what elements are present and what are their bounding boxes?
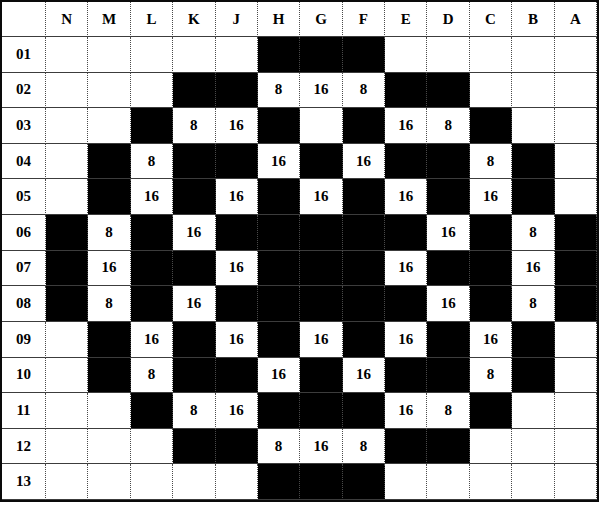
grid-cell: [427, 464, 469, 500]
core-map-board: NMLKJHGFEDCBA010281680381616804816168051…: [0, 0, 599, 502]
grid-cell: [173, 322, 215, 358]
grid-cell: [555, 251, 597, 287]
grid-cell: 16: [300, 429, 342, 465]
column-header-c: C: [470, 2, 512, 37]
grid-cell: [343, 322, 385, 358]
grid-cell: 16: [216, 251, 258, 287]
grid-cell: [258, 108, 300, 144]
grid-cell: 16: [300, 73, 342, 109]
grid-cell: 16: [385, 179, 427, 215]
grid-cell: 16: [385, 393, 427, 429]
grid-cell: [173, 251, 215, 287]
grid-cell: [343, 286, 385, 322]
grid-cell: 16: [385, 108, 427, 144]
grid-cell: [300, 251, 342, 287]
grid-cell: [88, 37, 130, 73]
grid-cell: [131, 429, 173, 465]
grid-cell: [343, 215, 385, 251]
grid-cell: 16: [131, 179, 173, 215]
grid-cell: [46, 108, 88, 144]
grid-cell: 16: [343, 144, 385, 180]
grid-cell: [427, 251, 469, 287]
grid-cell: [173, 144, 215, 180]
grid-cell: 16: [385, 251, 427, 287]
grid-cell: [385, 144, 427, 180]
grid-cell: [512, 464, 554, 500]
grid-cell: 16: [216, 322, 258, 358]
grid-cell: [258, 251, 300, 287]
grid-cell: [216, 215, 258, 251]
row-header-13: 13: [2, 464, 46, 500]
grid-cell: [88, 358, 130, 394]
row-header-01: 01: [2, 37, 46, 73]
grid-cell: [555, 464, 597, 500]
grid-cell: [258, 464, 300, 500]
grid-cell: 16: [470, 322, 512, 358]
grid-cell: [512, 358, 554, 394]
grid-cell: [216, 73, 258, 109]
grid-cell: [385, 358, 427, 394]
grid-cell: [88, 322, 130, 358]
grid-cell: [555, 73, 597, 109]
grid-cell: 8: [131, 358, 173, 394]
grid-cell: 16: [88, 251, 130, 287]
grid-cell: [343, 179, 385, 215]
grid-cell: [173, 464, 215, 500]
grid-cell: [173, 37, 215, 73]
grid-cell: [555, 215, 597, 251]
column-header-l: L: [131, 2, 173, 37]
grid-cell: [343, 393, 385, 429]
column-header-k: K: [173, 2, 215, 37]
grid-cell: [88, 429, 130, 465]
grid-cell: 16: [131, 322, 173, 358]
grid-cell: [555, 37, 597, 73]
grid-cell: [88, 108, 130, 144]
grid-cell: [555, 429, 597, 465]
grid-cell: [470, 286, 512, 322]
grid-cell: [88, 393, 130, 429]
grid-cell: 16: [173, 215, 215, 251]
grid-cell: [427, 358, 469, 394]
column-header-f: F: [343, 2, 385, 37]
grid-cell: [216, 464, 258, 500]
grid-cell: [131, 37, 173, 73]
grid-cell: 16: [427, 286, 469, 322]
grid-cell: [470, 37, 512, 73]
grid-cell: [173, 429, 215, 465]
grid-cell: [88, 144, 130, 180]
grid-cell: [46, 179, 88, 215]
grid-cell: [88, 179, 130, 215]
grid-cell: [470, 215, 512, 251]
column-header-d: D: [427, 2, 469, 37]
row-header-03: 03: [2, 108, 46, 144]
grid-cell: [555, 179, 597, 215]
grid-cell: [300, 393, 342, 429]
column-header-n: N: [46, 2, 88, 37]
row-header-02: 02: [2, 73, 46, 109]
column-header-g: G: [300, 2, 342, 37]
grid-cell: [470, 73, 512, 109]
grid-cell: 8: [343, 73, 385, 109]
grid-cell: 16: [385, 322, 427, 358]
grid-cell: [258, 37, 300, 73]
column-header-a: A: [555, 2, 597, 37]
grid-cell: [131, 251, 173, 287]
grid-cell: [131, 108, 173, 144]
grid-cell: [131, 73, 173, 109]
grid-cell: [555, 108, 597, 144]
grid-cell: [46, 358, 88, 394]
grid-cell: [470, 393, 512, 429]
grid-cell: 8: [512, 286, 554, 322]
grid-cell: [258, 286, 300, 322]
grid-cell: [173, 73, 215, 109]
grid-cell: 8: [258, 73, 300, 109]
grid-cell: [427, 37, 469, 73]
grid-cell: [46, 393, 88, 429]
grid-cell: [300, 286, 342, 322]
grid-cell: [46, 215, 88, 251]
grid-cell: [300, 464, 342, 500]
column-header-j: J: [216, 2, 258, 37]
row-header-09: 09: [2, 322, 46, 358]
grid-cell: [46, 464, 88, 500]
grid-cell: [555, 393, 597, 429]
grid-cell: [173, 179, 215, 215]
row-header-08: 08: [2, 286, 46, 322]
column-header-h: H: [258, 2, 300, 37]
grid-cell: 16: [300, 322, 342, 358]
grid-cell: [216, 144, 258, 180]
grid-cell: [300, 37, 342, 73]
grid-cell: [385, 37, 427, 73]
grid-cell: [216, 37, 258, 73]
grid-cell: [258, 179, 300, 215]
grid-cell: 16: [216, 179, 258, 215]
grid-cell: [555, 144, 597, 180]
grid-cell: [216, 358, 258, 394]
grid-cell: 8: [427, 393, 469, 429]
grid-cell: 16: [258, 144, 300, 180]
grid-cell: [300, 215, 342, 251]
row-header-06: 06: [2, 215, 46, 251]
core-map-figure: NMLKJHGFEDCBA010281680381616804816168051…: [0, 0, 601, 514]
grid-cell: [385, 429, 427, 465]
grid-cell: 8: [173, 393, 215, 429]
grid-cell: [470, 464, 512, 500]
grid-cell: 8: [512, 215, 554, 251]
grid-cell: 8: [173, 108, 215, 144]
grid-cell: [46, 144, 88, 180]
grid-cell: 16: [343, 358, 385, 394]
grid-cell: [46, 429, 88, 465]
grid-cell: [46, 286, 88, 322]
grid-cell: [88, 73, 130, 109]
row-header-12: 12: [2, 429, 46, 465]
grid-cell: [470, 251, 512, 287]
grid-cell: [46, 73, 88, 109]
grid-cell: [173, 358, 215, 394]
grid-cell: [385, 215, 427, 251]
grid-cell: 16: [427, 215, 469, 251]
grid-cell: [512, 429, 554, 465]
grid-cell: [343, 251, 385, 287]
grid-cell: [216, 286, 258, 322]
grid-cell: [300, 108, 342, 144]
grid-cell: [88, 464, 130, 500]
grid-cell: [131, 215, 173, 251]
grid-cell: [385, 464, 427, 500]
grid-cell: [427, 179, 469, 215]
grid-cell: [512, 322, 554, 358]
grid-cell: 16: [470, 179, 512, 215]
grid-cell: 16: [512, 251, 554, 287]
grid-cell: 8: [131, 144, 173, 180]
grid-cell: 16: [173, 286, 215, 322]
grid-cell: [216, 429, 258, 465]
row-header-11: 11: [2, 393, 46, 429]
grid-cell: [427, 144, 469, 180]
column-header-e: E: [385, 2, 427, 37]
grid-cell: [385, 286, 427, 322]
grid-cell: [555, 286, 597, 322]
grid-cell: [512, 393, 554, 429]
row-header-10: 10: [2, 358, 46, 394]
grid-cell: [427, 429, 469, 465]
grid-cell: [131, 286, 173, 322]
grid-cell: [512, 144, 554, 180]
grid-cell: [46, 37, 88, 73]
grid-cell: [427, 322, 469, 358]
grid-cell: 16: [258, 358, 300, 394]
grid-cell: [131, 393, 173, 429]
grid-cell: 8: [88, 215, 130, 251]
corner-cell: [2, 2, 46, 37]
grid-cell: [258, 215, 300, 251]
grid-cell: 8: [88, 286, 130, 322]
grid-cell: 8: [470, 144, 512, 180]
grid-cell: [131, 464, 173, 500]
grid-cell: 16: [216, 393, 258, 429]
grid-cell: [470, 429, 512, 465]
grid-cell: 8: [427, 108, 469, 144]
column-header-m: M: [88, 2, 130, 37]
grid-cell: [300, 358, 342, 394]
grid-cell: [343, 108, 385, 144]
grid-cell: [343, 464, 385, 500]
grid-cell: [385, 73, 427, 109]
grid-cell: [512, 179, 554, 215]
grid-cell: [343, 37, 385, 73]
grid-cell: [470, 108, 512, 144]
grid-cell: [512, 108, 554, 144]
grid-cell: 16: [216, 108, 258, 144]
grid-cell: [258, 322, 300, 358]
grid-cell: 8: [258, 429, 300, 465]
grid-cell: 16: [300, 179, 342, 215]
row-header-04: 04: [2, 144, 46, 180]
grid-cell: 8: [470, 358, 512, 394]
row-header-07: 07: [2, 251, 46, 287]
grid-cell: [258, 393, 300, 429]
grid-cell: 8: [343, 429, 385, 465]
grid-cell: [427, 73, 469, 109]
row-header-05: 05: [2, 179, 46, 215]
grid-cell: [300, 144, 342, 180]
grid-cell: [555, 322, 597, 358]
column-header-b: B: [512, 2, 554, 37]
grid-cell: [512, 37, 554, 73]
grid-cell: [46, 322, 88, 358]
grid-cell: [512, 73, 554, 109]
grid-cell: [555, 358, 597, 394]
grid-cell: [46, 251, 88, 287]
